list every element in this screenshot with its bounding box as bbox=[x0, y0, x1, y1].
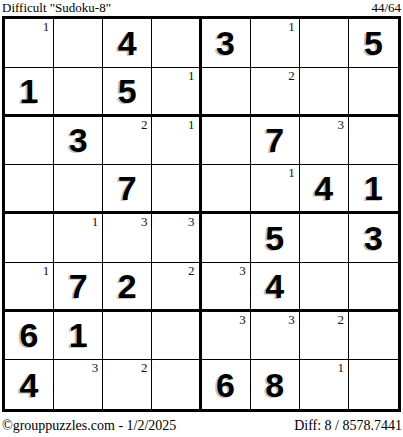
cell-r1c1[interactable]: 1 bbox=[5, 19, 54, 68]
cell-r8c2[interactable]: 3 bbox=[54, 360, 103, 409]
cell-r6c8[interactable] bbox=[349, 263, 398, 312]
pencil-mark: 1 bbox=[288, 165, 295, 180]
cell-value: 7 bbox=[251, 117, 299, 165]
cell-r6c2[interactable]: 7 bbox=[54, 263, 103, 312]
cell-r2c5[interactable] bbox=[202, 68, 251, 117]
page: Difficult "Sudoku-8" 44/64 1431515123217… bbox=[0, 0, 403, 437]
remaining-counter: 44/64 bbox=[371, 1, 401, 15]
pencil-mark: 2 bbox=[337, 312, 344, 327]
cell-r5c4[interactable]: 3 bbox=[152, 214, 201, 263]
cell-r4c4[interactable] bbox=[152, 165, 201, 214]
cell-r1c6[interactable]: 1 bbox=[251, 19, 300, 68]
pencil-mark: 1 bbox=[92, 214, 99, 229]
pencil-mark: 1 bbox=[337, 360, 344, 375]
cell-r2c3[interactable]: 5 bbox=[103, 68, 152, 117]
cell-r7c6[interactable]: 3 bbox=[251, 312, 300, 361]
cell-r1c7[interactable] bbox=[300, 19, 349, 68]
cell-r3c2[interactable]: 3 bbox=[54, 117, 103, 166]
cell-r2c2[interactable] bbox=[54, 68, 103, 117]
cell-r7c4[interactable] bbox=[152, 312, 201, 361]
cell-r4c3[interactable]: 7 bbox=[103, 165, 152, 214]
pencil-mark: 3 bbox=[141, 214, 148, 229]
cell-r1c4[interactable] bbox=[152, 19, 201, 68]
cell-r3c6[interactable]: 7 bbox=[251, 117, 300, 166]
cell-r3c8[interactable] bbox=[349, 117, 398, 166]
cell-value: 1 bbox=[5, 68, 53, 114]
cell-value: 5 bbox=[103, 68, 151, 114]
pencil-mark: 3 bbox=[239, 263, 246, 278]
cell-r1c8[interactable]: 5 bbox=[349, 19, 398, 68]
pencil-mark: 1 bbox=[188, 117, 195, 132]
cell-r2c4[interactable]: 1 bbox=[152, 68, 201, 117]
cell-value: 5 bbox=[251, 214, 299, 262]
cell-value: 4 bbox=[5, 360, 53, 409]
cell-r8c8[interactable] bbox=[349, 360, 398, 409]
cell-r4c8[interactable]: 1 bbox=[349, 165, 398, 214]
cell-r1c3[interactable]: 4 bbox=[103, 19, 152, 68]
cell-r5c5[interactable] bbox=[202, 214, 251, 263]
cell-value: 4 bbox=[251, 263, 299, 309]
cell-r7c3[interactable] bbox=[103, 312, 152, 361]
pencil-mark: 1 bbox=[188, 68, 195, 83]
cell-r7c5[interactable]: 3 bbox=[202, 312, 251, 361]
cell-r4c1[interactable] bbox=[5, 165, 54, 214]
pencil-mark: 1 bbox=[288, 19, 295, 34]
pencil-mark: 1 bbox=[43, 19, 50, 34]
cell-r7c1[interactable]: 6 bbox=[5, 312, 54, 361]
pencil-mark: 3 bbox=[239, 312, 246, 327]
difficulty-rating: Diff: 8 / 8578.7441 bbox=[294, 418, 402, 434]
cell-value: 6 bbox=[202, 360, 250, 409]
cell-value: 3 bbox=[349, 214, 398, 262]
cell-value: 8 bbox=[251, 360, 299, 409]
cell-r6c7[interactable] bbox=[300, 263, 349, 312]
pencil-mark: 2 bbox=[188, 263, 195, 278]
cell-r7c2[interactable]: 1 bbox=[54, 312, 103, 361]
cell-r5c6[interactable]: 5 bbox=[251, 214, 300, 263]
pencil-mark: 3 bbox=[188, 214, 195, 229]
footer: ©grouppuzzles.com - 1/2/2025 Diff: 8 / 8… bbox=[0, 418, 403, 434]
cell-value: 7 bbox=[54, 263, 102, 309]
cell-r6c3[interactable]: 2 bbox=[103, 263, 152, 312]
cell-r2c8[interactable] bbox=[349, 68, 398, 117]
cell-r3c4[interactable]: 1 bbox=[152, 117, 201, 166]
pencil-mark: 1 bbox=[43, 263, 50, 278]
cell-r4c2[interactable] bbox=[54, 165, 103, 214]
sudoku-grid: 1431515123217371411335317223461332432681 bbox=[2, 16, 401, 412]
pencil-mark: 2 bbox=[288, 68, 295, 83]
cell-r1c5[interactable]: 3 bbox=[202, 19, 251, 68]
cell-value: 7 bbox=[103, 165, 151, 211]
pencil-mark: 3 bbox=[337, 117, 344, 132]
cell-r8c3[interactable]: 2 bbox=[103, 360, 152, 409]
cell-value: 3 bbox=[54, 117, 102, 165]
cell-r8c7[interactable]: 1 bbox=[300, 360, 349, 409]
cell-r2c6[interactable]: 2 bbox=[251, 68, 300, 117]
cell-r8c4[interactable] bbox=[152, 360, 201, 409]
cell-r8c6[interactable]: 8 bbox=[251, 360, 300, 409]
cell-value: 1 bbox=[349, 165, 398, 211]
cell-r3c1[interactable] bbox=[5, 117, 54, 166]
cell-r3c5[interactable] bbox=[202, 117, 251, 166]
cell-r3c7[interactable]: 3 bbox=[300, 117, 349, 166]
cell-value: 1 bbox=[54, 312, 102, 360]
cell-r4c6[interactable]: 1 bbox=[251, 165, 300, 214]
cell-r4c7[interactable]: 4 bbox=[300, 165, 349, 214]
cell-value: 6 bbox=[5, 312, 53, 360]
cell-r7c8[interactable] bbox=[349, 312, 398, 361]
copyright-date: ©grouppuzzles.com - 1/2/2025 bbox=[2, 418, 176, 434]
cell-value: 4 bbox=[103, 19, 151, 67]
cell-r2c7[interactable] bbox=[300, 68, 349, 117]
cell-value: 5 bbox=[349, 19, 398, 67]
cell-r5c8[interactable]: 3 bbox=[349, 214, 398, 263]
cell-r1c2[interactable] bbox=[54, 19, 103, 68]
pencil-mark: 2 bbox=[141, 117, 148, 132]
cell-value: 2 bbox=[103, 263, 151, 309]
cell-r4c5[interactable] bbox=[202, 165, 251, 214]
cell-r7c7[interactable]: 2 bbox=[300, 312, 349, 361]
cell-r6c1[interactable]: 1 bbox=[5, 263, 54, 312]
cell-r5c7[interactable] bbox=[300, 214, 349, 263]
puzzle-title: Difficult "Sudoku-8" bbox=[2, 1, 111, 15]
cell-r6c6[interactable]: 4 bbox=[251, 263, 300, 312]
pencil-mark: 3 bbox=[92, 360, 99, 375]
cell-r2c1[interactable]: 1 bbox=[5, 68, 54, 117]
pencil-mark: 3 bbox=[288, 312, 295, 327]
cell-value: 4 bbox=[300, 165, 348, 211]
cell-r5c1[interactable] bbox=[5, 214, 54, 263]
cell-r8c5[interactable]: 6 bbox=[202, 360, 251, 409]
cell-r5c3[interactable]: 3 bbox=[103, 214, 152, 263]
cell-r6c5[interactable]: 3 bbox=[202, 263, 251, 312]
cell-r8c1[interactable]: 4 bbox=[5, 360, 54, 409]
cell-r3c3[interactable]: 2 bbox=[103, 117, 152, 166]
header: Difficult "Sudoku-8" 44/64 bbox=[0, 0, 403, 15]
cell-r5c2[interactable]: 1 bbox=[54, 214, 103, 263]
pencil-mark: 2 bbox=[141, 360, 148, 375]
cell-value: 3 bbox=[202, 19, 250, 67]
cell-r6c4[interactable]: 2 bbox=[152, 263, 201, 312]
